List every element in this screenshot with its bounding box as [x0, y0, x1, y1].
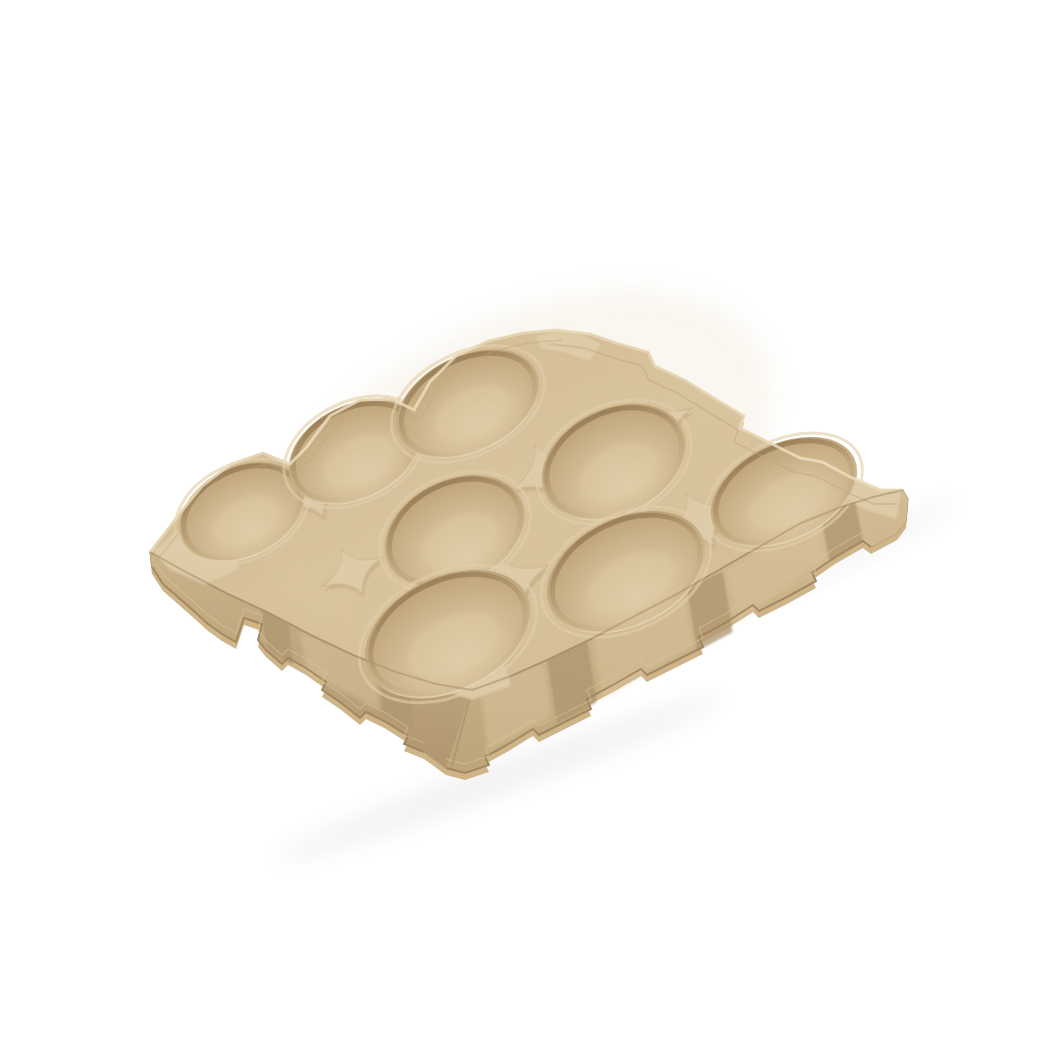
tray-svg — [0, 0, 1060, 1060]
tray — [100, 217, 960, 840]
product-photo — [0, 0, 1060, 1060]
